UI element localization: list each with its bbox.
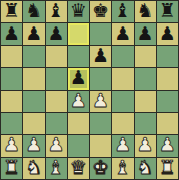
square-g2[interactable]: ♟ — [135, 135, 156, 156]
square-e5[interactable] — [90, 68, 111, 89]
square-d8[interactable]: ♛ — [68, 1, 89, 22]
square-f3[interactable] — [112, 113, 133, 134]
white-rook-h1[interactable]: ♜ — [159, 158, 176, 177]
square-a8[interactable]: ♜ — [1, 1, 22, 22]
square-a2[interactable]: ♟ — [1, 135, 22, 156]
square-d5[interactable]: ♟ — [68, 68, 89, 89]
square-c5[interactable] — [46, 68, 67, 89]
square-h5[interactable] — [157, 68, 178, 89]
square-a3[interactable] — [1, 113, 22, 134]
white-knight-g1[interactable]: ♞ — [137, 158, 154, 177]
square-f6[interactable] — [112, 46, 133, 67]
square-b2[interactable]: ♟ — [23, 135, 44, 156]
square-g3[interactable] — [135, 113, 156, 134]
square-g1[interactable]: ♞ — [135, 158, 156, 179]
square-e4[interactable]: ♟ — [90, 91, 111, 112]
square-d7[interactable] — [68, 23, 89, 44]
square-c2[interactable]: ♟ — [46, 135, 67, 156]
white-bishop-c1[interactable]: ♝ — [48, 158, 65, 177]
white-pawn-h2[interactable]: ♟ — [159, 135, 176, 154]
square-a5[interactable] — [1, 68, 22, 89]
white-pawn-d4[interactable]: ♟ — [70, 91, 87, 110]
square-h7[interactable]: ♟ — [157, 23, 178, 44]
square-c8[interactable]: ♝ — [46, 1, 67, 22]
white-bishop-f1[interactable]: ♝ — [114, 158, 131, 177]
square-c3[interactable] — [46, 113, 67, 134]
square-h2[interactable]: ♟ — [157, 135, 178, 156]
square-d6[interactable] — [68, 46, 89, 67]
square-h3[interactable] — [157, 113, 178, 134]
square-d1[interactable]: ♛ — [68, 158, 89, 179]
square-g6[interactable] — [135, 46, 156, 67]
square-b6[interactable] — [23, 46, 44, 67]
black-knight-g8[interactable]: ♞ — [137, 1, 154, 20]
square-e8[interactable]: ♚ — [90, 1, 111, 22]
square-f2[interactable]: ♟ — [112, 135, 133, 156]
square-b3[interactable] — [23, 113, 44, 134]
square-f5[interactable] — [112, 68, 133, 89]
square-e2[interactable] — [90, 135, 111, 156]
square-e7[interactable] — [90, 23, 111, 44]
square-a7[interactable]: ♟ — [1, 23, 22, 44]
black-pawn-f7[interactable]: ♟ — [114, 24, 131, 43]
square-a4[interactable] — [1, 91, 22, 112]
square-e1[interactable]: ♚ — [90, 158, 111, 179]
square-g5[interactable] — [135, 68, 156, 89]
square-e3[interactable] — [90, 113, 111, 134]
square-b1[interactable]: ♞ — [23, 158, 44, 179]
square-g4[interactable] — [135, 91, 156, 112]
black-queen-d8[interactable]: ♛ — [70, 1, 87, 20]
square-b7[interactable]: ♟ — [23, 23, 44, 44]
black-pawn-h7[interactable]: ♟ — [159, 24, 176, 43]
black-bishop-c8[interactable]: ♝ — [48, 1, 65, 20]
square-f8[interactable]: ♝ — [112, 1, 133, 22]
chess-board-window: ♜♞♝♛♚♝♞♜♟♟♟♟♟♟♟♟♟♟♟♟♟♟♟♟♜♞♝♛♚♝♞♜ — [0, 0, 179, 180]
square-b8[interactable]: ♞ — [23, 1, 44, 22]
black-pawn-c7[interactable]: ♟ — [48, 24, 65, 43]
square-h8[interactable]: ♜ — [157, 1, 178, 22]
square-f4[interactable] — [112, 91, 133, 112]
square-c1[interactable]: ♝ — [46, 158, 67, 179]
black-pawn-d5[interactable]: ♟ — [70, 68, 87, 87]
white-pawn-f2[interactable]: ♟ — [114, 135, 131, 154]
chess-board: ♜♞♝♛♚♝♞♜♟♟♟♟♟♟♟♟♟♟♟♟♟♟♟♟♜♞♝♛♚♝♞♜ — [0, 0, 179, 180]
square-f7[interactable]: ♟ — [112, 23, 133, 44]
square-c6[interactable] — [46, 46, 67, 67]
square-b5[interactable] — [23, 68, 44, 89]
black-pawn-b7[interactable]: ♟ — [25, 24, 42, 43]
black-pawn-a7[interactable]: ♟ — [3, 24, 20, 43]
white-pawn-g2[interactable]: ♟ — [137, 135, 154, 154]
square-d4[interactable]: ♟ — [68, 91, 89, 112]
square-c4[interactable] — [46, 91, 67, 112]
black-bishop-f8[interactable]: ♝ — [114, 1, 131, 20]
black-rook-a8[interactable]: ♜ — [3, 1, 20, 20]
square-f1[interactable]: ♝ — [112, 158, 133, 179]
white-pawn-c2[interactable]: ♟ — [48, 135, 65, 154]
black-pawn-e6[interactable]: ♟ — [92, 46, 109, 65]
square-h6[interactable] — [157, 46, 178, 67]
white-king-e1[interactable]: ♚ — [92, 158, 109, 177]
white-rook-a1[interactable]: ♜ — [3, 158, 20, 177]
white-queen-d1[interactable]: ♛ — [70, 158, 87, 177]
square-g7[interactable]: ♟ — [135, 23, 156, 44]
black-pawn-g7[interactable]: ♟ — [137, 24, 154, 43]
square-a1[interactable]: ♜ — [1, 158, 22, 179]
square-e6[interactable]: ♟ — [90, 46, 111, 67]
white-pawn-e4[interactable]: ♟ — [92, 91, 109, 110]
square-h1[interactable]: ♜ — [157, 158, 178, 179]
square-d2[interactable] — [68, 135, 89, 156]
black-king-e8[interactable]: ♚ — [92, 1, 109, 20]
square-g8[interactable]: ♞ — [135, 1, 156, 22]
square-b4[interactable] — [23, 91, 44, 112]
black-rook-h8[interactable]: ♜ — [159, 1, 176, 20]
square-c7[interactable]: ♟ — [46, 23, 67, 44]
white-pawn-a2[interactable]: ♟ — [3, 135, 20, 154]
square-a6[interactable] — [1, 46, 22, 67]
white-knight-b1[interactable]: ♞ — [25, 158, 42, 177]
square-h4[interactable] — [157, 91, 178, 112]
black-knight-b8[interactable]: ♞ — [25, 1, 42, 20]
square-d3[interactable] — [68, 113, 89, 134]
white-pawn-b2[interactable]: ♟ — [25, 135, 42, 154]
